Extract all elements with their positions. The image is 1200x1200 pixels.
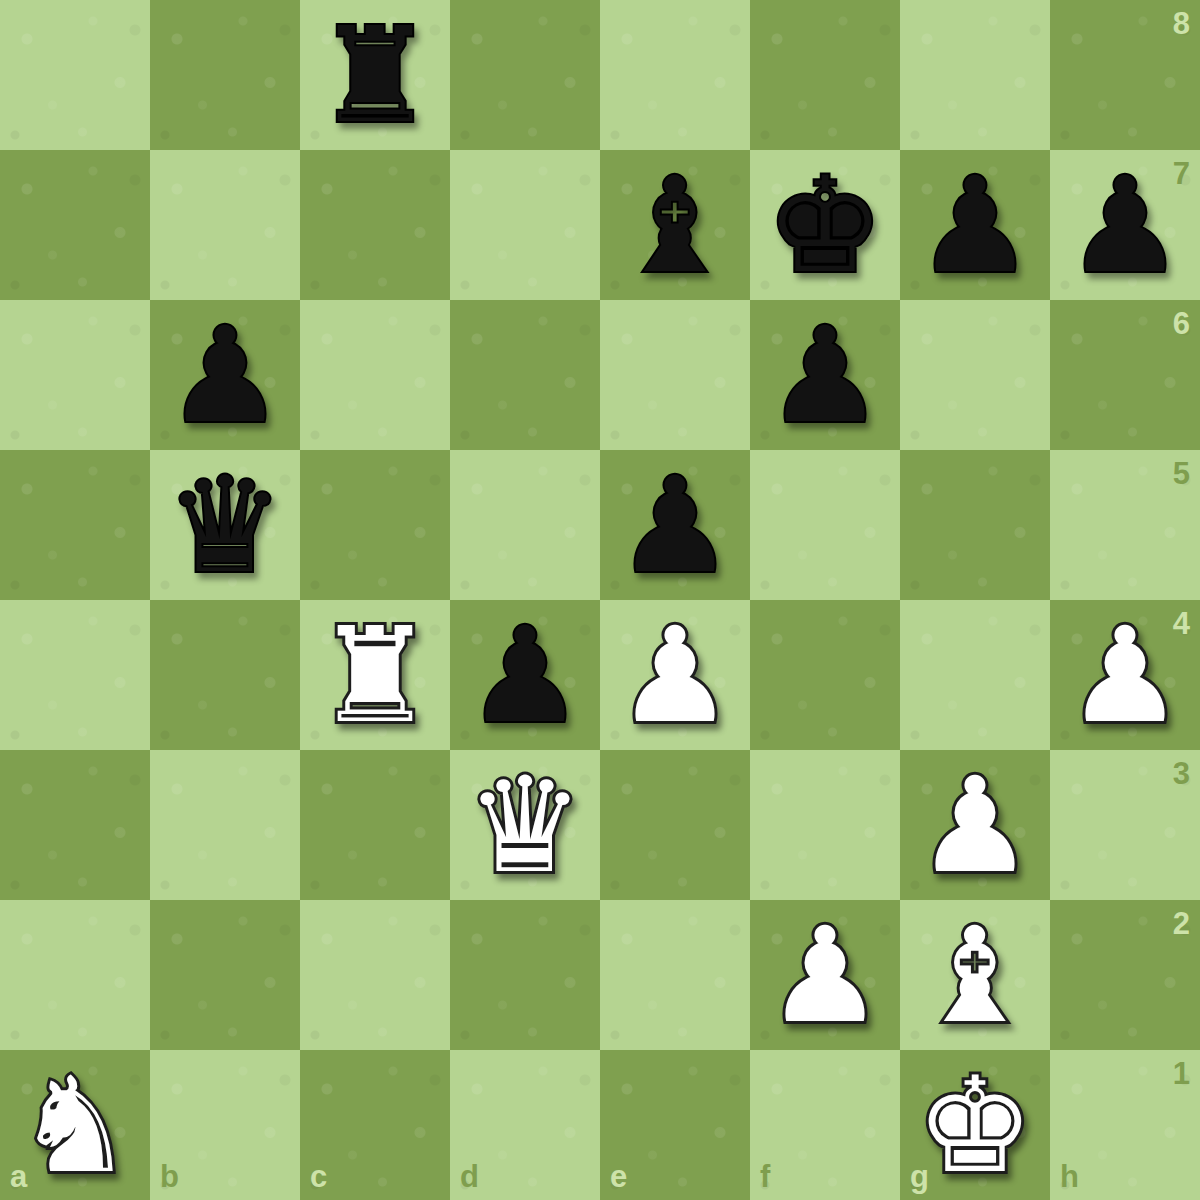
black-bishop-e7[interactable]: ♝ (600, 150, 750, 300)
white-queen-d3[interactable]: ♛ (450, 750, 600, 900)
square-c3[interactable] (300, 750, 450, 900)
square-f5[interactable] (750, 450, 900, 600)
square-a6[interactable] (0, 300, 150, 450)
square-f3[interactable] (750, 750, 900, 900)
black-pawn-f6[interactable]: ♟ (750, 300, 900, 450)
square-h5[interactable] (1050, 450, 1200, 600)
black-king-f7[interactable]: ♚ (750, 150, 900, 300)
square-e6[interactable] (600, 300, 750, 450)
square-f1[interactable] (750, 1050, 900, 1200)
square-f8[interactable] (750, 0, 900, 150)
white-bishop-g2[interactable]: ♝ (900, 900, 1050, 1050)
square-h1[interactable] (1050, 1050, 1200, 1200)
black-pawn-d4[interactable]: ♟ (450, 600, 600, 750)
square-g4[interactable] (900, 600, 1050, 750)
black-pawn-g7[interactable]: ♟ (900, 150, 1050, 300)
square-e8[interactable] (600, 0, 750, 150)
square-e3[interactable] (600, 750, 750, 900)
white-pawn-f2[interactable]: ♟ (750, 900, 900, 1050)
square-h6[interactable] (1050, 300, 1200, 450)
square-g5[interactable] (900, 450, 1050, 600)
square-g6[interactable] (900, 300, 1050, 450)
square-b8[interactable] (150, 0, 300, 150)
white-pawn-e4[interactable]: ♟ (600, 600, 750, 750)
white-rook-c4[interactable]: ♜ (300, 600, 450, 750)
black-pawn-b6[interactable]: ♟ (150, 300, 300, 450)
white-king-g1[interactable]: ♚ (900, 1050, 1050, 1200)
square-d8[interactable] (450, 0, 600, 150)
square-b4[interactable] (150, 600, 300, 750)
square-c2[interactable] (300, 900, 450, 1050)
square-b3[interactable] (150, 750, 300, 900)
square-c7[interactable] (300, 150, 450, 300)
square-h8[interactable] (1050, 0, 1200, 150)
white-pawn-g3[interactable]: ♟ (900, 750, 1050, 900)
square-c5[interactable] (300, 450, 450, 600)
square-b2[interactable] (150, 900, 300, 1050)
square-f4[interactable] (750, 600, 900, 750)
square-a3[interactable] (0, 750, 150, 900)
square-a8[interactable] (0, 0, 150, 150)
black-rook-c8[interactable]: ♜ (300, 0, 450, 150)
square-e2[interactable] (600, 900, 750, 1050)
square-h2[interactable] (1050, 900, 1200, 1050)
square-g8[interactable] (900, 0, 1050, 150)
square-a2[interactable] (0, 900, 150, 1050)
square-d1[interactable] (450, 1050, 600, 1200)
square-e1[interactable] (600, 1050, 750, 1200)
square-d7[interactable] (450, 150, 600, 300)
black-pawn-e5[interactable]: ♟ (600, 450, 750, 600)
square-a7[interactable] (0, 150, 150, 300)
black-queen-b5[interactable]: ♛ (150, 450, 300, 600)
square-c6[interactable] (300, 300, 450, 450)
square-a4[interactable] (0, 600, 150, 750)
square-h3[interactable] (1050, 750, 1200, 900)
square-d5[interactable] (450, 450, 600, 600)
square-d6[interactable] (450, 300, 600, 450)
square-d2[interactable] (450, 900, 600, 1050)
square-c1[interactable] (300, 1050, 450, 1200)
black-pawn-h7[interactable]: ♟ (1050, 150, 1200, 300)
white-pawn-h4[interactable]: ♟ (1050, 600, 1200, 750)
square-b7[interactable] (150, 150, 300, 300)
white-knight-a1[interactable]: ♞ (0, 1050, 150, 1200)
square-b1[interactable] (150, 1050, 300, 1200)
square-a5[interactable] (0, 450, 150, 600)
chess-board: 87654321abcdefgh♜♝♚♟♟♟♟♛♟♜♟♟♟♛♟♟♝♞♚ (0, 0, 1200, 1200)
